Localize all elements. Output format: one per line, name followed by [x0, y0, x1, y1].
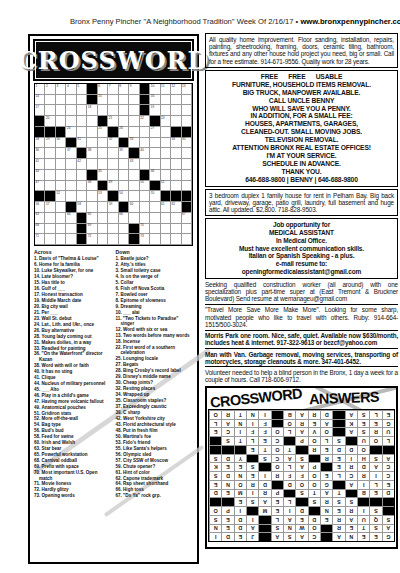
answer-cell: D	[320, 410, 332, 419]
grid-cell[interactable]	[77, 170, 87, 181]
grid-cell[interactable]	[66, 191, 76, 202]
black-cell	[150, 181, 160, 192]
grid-cell[interactable]	[161, 213, 171, 224]
grid-cell[interactable]	[77, 105, 87, 116]
grid-cell[interactable]	[161, 105, 171, 116]
cell-number: 17	[36, 105, 40, 109]
answer-cell: G	[320, 480, 332, 489]
grid-cell[interactable]: 8	[119, 84, 129, 95]
cell-number: 61	[161, 202, 165, 206]
grid-cell[interactable]	[77, 116, 87, 127]
black-cell	[108, 127, 118, 138]
grid-cell[interactable]: 39	[119, 148, 129, 159]
grid-cell[interactable]	[77, 95, 87, 106]
grid-cell[interactable]	[119, 95, 129, 106]
clue-item: 15. Has title to	[34, 280, 112, 285]
answer-cell: V	[308, 428, 320, 437]
grid-cell[interactable]	[56, 202, 66, 213]
answer-cell: D	[283, 480, 295, 489]
grid-cell[interactable]: 43	[129, 159, 139, 170]
grid-cell[interactable]	[98, 138, 108, 149]
grid-cell[interactable]	[161, 95, 171, 106]
grid-cell[interactable]	[150, 159, 160, 170]
answer-cell: I	[283, 507, 295, 516]
clue-item: 50. Martina's foe	[116, 434, 194, 439]
grid-cell[interactable]	[161, 159, 171, 170]
answer-black-cell	[345, 489, 357, 498]
grid-cell[interactable]	[98, 148, 108, 159]
cell-number: 4	[67, 84, 69, 88]
grid-cell[interactable]: 21	[108, 116, 118, 127]
answer-cell: O	[295, 480, 307, 489]
grid-cell[interactable]: 64	[66, 213, 76, 224]
grid-cell[interactable]	[45, 213, 55, 224]
answer-cell: S	[357, 410, 369, 419]
grid-cell[interactable]: 52	[56, 191, 66, 202]
answer-cell: Y	[234, 454, 246, 463]
grid-cell[interactable]: 20	[45, 116, 55, 127]
grid-cell[interactable]	[98, 159, 108, 170]
cell-number: 35	[182, 137, 186, 141]
grid-cell[interactable]	[119, 116, 129, 127]
grid-cell[interactable]	[140, 127, 150, 138]
grid-cell[interactable]: 5	[77, 84, 87, 95]
grid-cell[interactable]	[56, 213, 66, 224]
clue-item: 19. Middle March date	[34, 298, 112, 303]
answer-cell: A	[332, 533, 344, 542]
black-cell	[140, 170, 150, 181]
grid-cell[interactable]	[66, 105, 76, 116]
grid-cell[interactable]: 66	[119, 213, 129, 224]
grid-cell[interactable]	[108, 148, 118, 159]
grid-cell[interactable]: 42	[77, 159, 87, 170]
classifieds-column: All quality home improvement. Floor sand…	[205, 33, 398, 549]
grid-cell[interactable]	[129, 213, 139, 224]
grid-cell[interactable]	[182, 116, 192, 127]
answer-cell: R	[246, 480, 258, 489]
grid-cell[interactable]	[45, 234, 55, 245]
down-clues: Down 1. Beatle juice?2. Atty.'s titles3.…	[116, 249, 194, 499]
grid-cell[interactable]	[161, 127, 171, 138]
answer-cell: R	[295, 419, 307, 428]
clue-item: 14. Late bloomer?	[34, 274, 112, 279]
grid-cell[interactable]	[98, 224, 108, 235]
grid-cell[interactable]: 46	[150, 170, 160, 181]
grid-cell[interactable]	[182, 95, 192, 106]
grid-cell[interactable]	[150, 202, 160, 213]
grid-cell[interactable]	[150, 138, 160, 149]
cell-number: 15	[98, 94, 102, 98]
grid-cell[interactable]: 72	[87, 234, 97, 245]
grid-cell[interactable]: 68	[35, 224, 45, 235]
grid-cell[interactable]	[119, 224, 129, 235]
grid-cell[interactable]	[171, 170, 181, 181]
grid-cell[interactable]	[56, 234, 66, 245]
grid-cell[interactable]	[87, 127, 97, 138]
grid-cell[interactable]	[182, 224, 192, 235]
grid-cell[interactable]	[77, 191, 87, 202]
answer-cell: D	[258, 480, 270, 489]
grid-cell[interactable]: 70	[140, 224, 150, 235]
cell-number: 18	[88, 105, 92, 109]
answer-cell: O	[308, 480, 320, 489]
clue-item: 71. Movie lioness	[34, 481, 112, 486]
grid-cell[interactable]: 65	[87, 213, 97, 224]
ad-duplex-rental: 3 bedroom duplex 1 family house for rent…	[205, 189, 398, 217]
grid-cell[interactable]: 26	[119, 127, 129, 138]
cell-number: 30	[56, 137, 60, 141]
grid-cell[interactable]	[119, 159, 129, 170]
answer-cell: L	[382, 437, 394, 446]
grid-cell[interactable]: 60	[129, 202, 139, 213]
clue-item: 3. Small toiletry case	[116, 268, 194, 273]
answer-cell: A	[246, 524, 258, 533]
answer-black-cell	[283, 437, 295, 446]
grid-cell[interactable]	[66, 116, 76, 127]
answer-cell: D	[209, 489, 221, 498]
answer-cell: T	[332, 489, 344, 498]
clue-item: 61. Hint of color	[116, 470, 194, 475]
grid-cell[interactable]	[108, 213, 118, 224]
answer-cell: E	[332, 507, 344, 516]
grid-cell[interactable]	[171, 116, 181, 127]
grid-cell[interactable]	[182, 181, 192, 192]
answer-cell: I	[246, 419, 258, 428]
cell-number: 9	[130, 84, 132, 88]
grid-cell[interactable]: 1	[35, 84, 45, 95]
answer-cell: E	[369, 419, 381, 428]
clue-item: 17. Honest transaction	[34, 292, 112, 297]
grid-cell[interactable]	[56, 148, 66, 159]
grid-cell[interactable]: 71	[35, 234, 45, 245]
grid-cell[interactable]: 24	[66, 127, 76, 138]
cell-number: 52	[56, 191, 60, 195]
answer-cell: O	[234, 480, 246, 489]
grid-cell[interactable]	[119, 181, 129, 192]
grid-cell[interactable]: 61	[161, 202, 171, 213]
cell-number: 19	[151, 105, 155, 109]
grid-cell[interactable]	[150, 224, 160, 235]
grid-cell[interactable]: 32	[108, 138, 118, 149]
crossword-answers-box: CROSSWORD ANSWERS GEENACASAJEDIASTEROWNS…	[205, 386, 398, 549]
ad-man-with-van: Man with Van. Garbage removal, moving se…	[205, 348, 398, 365]
black-cell	[35, 127, 45, 138]
grid-cell[interactable]	[161, 148, 171, 159]
answer-cell: R	[357, 472, 369, 481]
answer-cell: U	[357, 515, 369, 524]
grid-cell[interactable]	[87, 159, 97, 170]
grid-cell[interactable]	[171, 105, 181, 116]
grid-cell[interactable]	[129, 105, 139, 116]
answer-cell: S	[369, 454, 381, 463]
grid-cell[interactable]	[129, 127, 139, 138]
clue-item: 6. Fish off Nova Scotia	[116, 286, 194, 291]
answer-cell: A	[283, 515, 295, 524]
cell-number: 39	[119, 148, 123, 152]
answer-cell: I	[258, 472, 270, 481]
grid-cell[interactable]	[98, 213, 108, 224]
grid-cell[interactable]	[108, 234, 118, 245]
answer-black-cell	[283, 489, 295, 498]
grid-cell[interactable]	[45, 159, 55, 170]
grid-cell[interactable]: 35	[182, 138, 192, 149]
answer-black-cell	[209, 437, 221, 446]
answer-black-cell	[382, 445, 394, 454]
grid-cell[interactable]: 59	[108, 202, 118, 213]
clue-item: 25. Lounging locale	[116, 356, 194, 361]
grid-cell[interactable]	[150, 148, 160, 159]
cell-number: 12	[172, 84, 176, 88]
grid-cell[interactable]: 53	[98, 191, 108, 202]
answer-black-cell	[271, 419, 283, 428]
grid-cell[interactable]: 63	[35, 213, 45, 224]
grid-cell[interactable]	[66, 181, 76, 192]
cell-number: 68	[36, 223, 40, 227]
masthead: Bronx Penny Pincher "A Neighborhood Trad…	[70, 17, 394, 26]
grid-cell[interactable]: 31	[77, 138, 87, 149]
grid-cell[interactable]: 2	[45, 84, 55, 95]
grid-cell[interactable]	[129, 191, 139, 202]
grid-cell[interactable]: 27	[150, 127, 160, 138]
grid-cell[interactable]: 11	[161, 84, 171, 95]
clue-item: 6. Home for la familia	[34, 262, 112, 267]
grid-cell[interactable]: 48	[87, 181, 97, 192]
grid-cell[interactable]: 12	[171, 84, 181, 95]
grid-cell[interactable]	[45, 224, 55, 235]
clue-item: 43. Florid architectural style	[116, 422, 194, 427]
answer-black-cell	[246, 454, 258, 463]
grid-cell[interactable]: 3	[56, 84, 66, 95]
grid-cell[interactable]: 45	[98, 170, 108, 181]
grid-cell[interactable]: 37	[66, 148, 76, 159]
grid-cell[interactable]	[182, 234, 192, 245]
grid-cell[interactable]	[108, 159, 118, 170]
grid-cell[interactable]	[66, 95, 76, 106]
grid-cell[interactable]	[87, 138, 97, 149]
answer-cell: E	[369, 489, 381, 498]
grid-cell[interactable]	[56, 181, 66, 192]
clue-item: 7. Bowled over	[116, 292, 194, 297]
answer-cell: D	[234, 515, 246, 524]
grid-cell[interactable]	[129, 116, 139, 127]
grid-cell[interactable]	[98, 234, 108, 245]
answer-cell: D	[332, 445, 344, 454]
answer-cell: S	[332, 437, 344, 446]
grid-cell[interactable]	[140, 202, 150, 213]
grid-cell[interactable]: 62	[171, 202, 181, 213]
grid-cell[interactable]: 33	[129, 138, 139, 149]
grid-cell[interactable]: 16	[150, 95, 160, 106]
grid-cell[interactable]: 7	[108, 84, 118, 95]
clue-item: 72. Hardly glitzy	[34, 487, 112, 492]
grid-cell[interactable]	[66, 234, 76, 245]
grid-cell[interactable]: 49	[108, 181, 118, 192]
grid-cell[interactable]	[77, 127, 87, 138]
grid-cell[interactable]	[98, 202, 108, 213]
answer-black-cell	[221, 445, 233, 454]
down-list: 1. Beatle juice?2. Atty.'s titles3. Smal…	[116, 256, 194, 499]
grid-cell[interactable]: 55	[150, 191, 160, 202]
answer-cell: O	[308, 472, 320, 481]
grid-cell[interactable]	[77, 181, 87, 192]
grid-cell[interactable]	[182, 105, 192, 116]
grid-cell[interactable]	[129, 170, 139, 181]
cell-number: 22	[140, 116, 144, 120]
answer-cell: E	[320, 445, 332, 454]
answer-cell: R	[332, 524, 344, 533]
answer-cell: E	[320, 515, 332, 524]
grid-cell[interactable]	[108, 224, 118, 235]
grid-cell[interactable]: 58	[77, 202, 87, 213]
grid-cell[interactable]: 29	[45, 138, 55, 149]
grid-cell[interactable]: 57	[45, 202, 55, 213]
grid-cell[interactable]: 28	[35, 138, 45, 149]
grid-cell[interactable]	[66, 159, 76, 170]
cell-number: 23	[161, 116, 165, 120]
grid-cell[interactable]	[171, 234, 181, 245]
across-list: 1. Davis of "Thelma & Louise"6. Home for…	[34, 256, 112, 499]
answer-cell: L	[369, 480, 381, 489]
grid-cell[interactable]	[140, 159, 150, 170]
clue-item: 64. Rap sheet shorthand	[116, 481, 194, 486]
grid-cell[interactable]	[119, 234, 129, 245]
grid-cell[interactable]	[171, 95, 181, 106]
crossword-grid[interactable]: 1234567891011121314151617181920212223242…	[34, 83, 193, 246]
grid-cell[interactable]: 73	[140, 234, 150, 245]
grid-cell[interactable]: 17	[35, 105, 45, 116]
grid-cell[interactable]	[171, 224, 181, 235]
grid-cell[interactable]: 13	[182, 84, 192, 95]
grid-cell[interactable]	[45, 105, 55, 116]
clue-item: 62. Capone trademark	[116, 476, 194, 481]
grid-cell[interactable]: 23	[161, 116, 171, 127]
grid-cell[interactable]	[45, 148, 55, 159]
grid-cell[interactable]	[140, 213, 150, 224]
grid-cell[interactable]	[140, 138, 150, 149]
grid-cell[interactable]	[171, 159, 181, 170]
grid-cell[interactable]	[161, 224, 171, 235]
grid-cell[interactable]	[87, 202, 97, 213]
grid-cell[interactable]: 22	[140, 116, 150, 127]
black-cell	[119, 138, 129, 149]
grid-cell[interactable]: 19	[150, 105, 160, 116]
grid-cell[interactable]	[171, 148, 181, 159]
grid-cell[interactable]	[129, 95, 139, 106]
answer-cell: M	[258, 507, 270, 516]
cell-number: 47	[36, 180, 40, 184]
grid-cell[interactable]: 15	[98, 95, 108, 106]
grid-cell[interactable]	[161, 234, 171, 245]
black-cell	[87, 84, 97, 95]
answer-cell: S	[369, 524, 381, 533]
grid-cell[interactable]	[66, 224, 76, 235]
grid-cell[interactable]: 47	[35, 181, 45, 192]
grid-cell[interactable]	[129, 181, 139, 192]
grid-cell[interactable]	[182, 159, 192, 170]
grid-cell[interactable]	[56, 105, 66, 116]
answer-cell: F	[295, 472, 307, 481]
grid-cell[interactable]	[56, 116, 66, 127]
grid-cell[interactable]: 54	[119, 191, 129, 202]
grid-cell[interactable]	[87, 191, 97, 202]
grid-cell[interactable]: 34	[171, 138, 181, 149]
grid-cell[interactable]: 6	[98, 84, 108, 95]
grid-cell[interactable]	[56, 95, 66, 106]
grid-cell[interactable]	[108, 105, 118, 116]
grid-cell[interactable]	[150, 213, 160, 224]
black-cell	[140, 84, 150, 95]
clue-item: 27. Begats	[116, 362, 194, 367]
grid-cell[interactable]: 38	[87, 148, 97, 159]
cell-number: 1	[36, 84, 38, 88]
grid-cell[interactable]	[108, 95, 118, 106]
answer-black-cell	[345, 437, 357, 446]
grid-cell[interactable]: 56	[35, 202, 45, 213]
grid-cell[interactable]	[150, 234, 160, 245]
grid-cell[interactable]	[171, 181, 181, 192]
grid-cell[interactable]	[66, 170, 76, 181]
answer-cell: A	[382, 454, 394, 463]
grid-cell[interactable]: 44	[35, 170, 45, 181]
grid-cell[interactable]: 40	[140, 148, 150, 159]
grid-cell[interactable]	[87, 116, 97, 127]
grid-cell[interactable]: 14	[35, 95, 45, 106]
answer-black-cell	[320, 463, 332, 472]
grid-cell[interactable]: 18	[87, 105, 97, 116]
answer-cell: E	[332, 463, 344, 472]
cell-number: 42	[77, 159, 81, 163]
answer-cell: C	[221, 428, 233, 437]
grid-cell[interactable]	[45, 95, 55, 106]
grid-cell[interactable]	[119, 170, 129, 181]
answer-cell: L	[246, 437, 258, 446]
grid-cell[interactable]: 4	[66, 84, 76, 95]
grid-cell[interactable]	[45, 181, 55, 192]
answer-cell: S	[246, 463, 258, 472]
clue-item: 28. Young lady coming out	[34, 334, 112, 339]
grid-cell[interactable]	[45, 170, 55, 181]
grid-cell[interactable]: 50	[140, 181, 150, 192]
grid-cell[interactable]	[161, 170, 171, 181]
grid-cell[interactable]	[182, 148, 192, 159]
grid-cell[interactable]	[140, 191, 150, 202]
grid-cell[interactable]	[56, 159, 66, 170]
grid-cell[interactable]: 30	[56, 138, 66, 149]
grid-cell[interactable]	[98, 105, 108, 116]
cell-number: 62	[172, 202, 176, 206]
grid-cell[interactable]	[108, 170, 118, 181]
grid-cell[interactable]: 41	[35, 159, 45, 170]
grid-cell[interactable]: 25	[98, 127, 108, 138]
answers-title-word2: ANSWERS	[308, 389, 378, 407]
grid-cell[interactable]: 67	[182, 213, 192, 224]
black-cell	[87, 170, 97, 181]
grid-cell[interactable]	[161, 138, 171, 149]
grid-cell[interactable]: 69	[87, 224, 97, 235]
grid-cell[interactable]	[56, 170, 66, 181]
grid-cell[interactable]: 10	[150, 84, 160, 95]
answer-cell: A	[345, 410, 357, 419]
grid-cell[interactable]: 9	[129, 84, 139, 95]
grid-cell[interactable]	[182, 170, 192, 181]
cell-number: 46	[151, 169, 155, 173]
answer-cell: I	[234, 428, 246, 437]
grid-cell[interactable]: 36	[35, 148, 45, 159]
grid-cell[interactable]	[171, 213, 181, 224]
grid-cell[interactable]	[119, 105, 129, 116]
grid-cell[interactable]	[56, 224, 66, 235]
grid-cell[interactable]: 51	[161, 181, 171, 192]
